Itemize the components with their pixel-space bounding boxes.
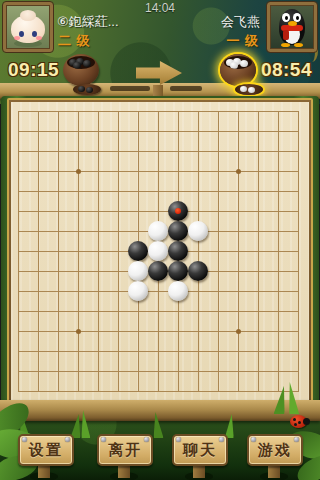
settings-button[interactable]: 设置 <box>18 434 74 466</box>
star-point <box>236 169 241 174</box>
player-right-timer: 08:54 <box>261 59 312 81</box>
gomoku-board-grid[interactable] <box>18 111 299 392</box>
stone-black <box>168 241 188 261</box>
stone-black <box>168 201 188 221</box>
player-right-avatar <box>267 2 317 52</box>
nail-icon <box>219 437 224 442</box>
star-point <box>76 329 81 334</box>
nail-icon <box>176 437 181 442</box>
star-point <box>76 169 81 174</box>
shelf-groove <box>170 86 202 91</box>
stone-black <box>188 261 208 281</box>
player-left-level: 二 级 <box>58 32 91 50</box>
nail-icon <box>65 437 70 442</box>
chat-button-label: 聊天 <box>183 441 217 460</box>
stone-white <box>148 221 168 241</box>
stone-black <box>128 241 148 261</box>
game-screen: 14:04 ⑥鉋綵葒... 二 级 会飞燕 一 级 09:15 08:54 <box>0 0 320 480</box>
leave-button-label: 离开 <box>108 441 142 460</box>
game-button[interactable]: 游戏 <box>247 434 303 466</box>
shelf-groove <box>110 86 150 91</box>
bottom-plank <box>0 400 320 421</box>
player-right-name: 会飞燕 <box>221 13 260 31</box>
player-right-level: 一 级 <box>226 32 259 50</box>
nail-icon <box>251 437 256 442</box>
black-stone-dish-icon <box>73 84 101 95</box>
white-stone-bowl-icon <box>220 54 256 86</box>
leave-button[interactable]: 离开 <box>97 434 153 466</box>
nail-icon <box>144 437 149 442</box>
nail-icon <box>294 437 299 442</box>
star-point <box>236 329 241 334</box>
ladybug-icon <box>290 415 307 428</box>
nail-icon <box>101 437 106 442</box>
settings-button-label: 设置 <box>29 441 63 460</box>
chat-button[interactable]: 聊天 <box>172 434 228 466</box>
stone-black <box>168 261 188 281</box>
stone-black <box>168 221 188 241</box>
player-left-timer: 09:15 <box>8 59 59 81</box>
white-stone-dish-icon <box>235 84 263 95</box>
stone-black <box>148 261 168 281</box>
nail-icon <box>22 437 27 442</box>
last-move-marker <box>175 208 181 214</box>
stone-white <box>128 261 148 281</box>
player-left-name: ⑥鉋綵葒... <box>57 13 119 31</box>
player-left-avatar <box>3 2 53 52</box>
game-button-label: 游戏 <box>258 441 292 460</box>
stone-white <box>188 221 208 241</box>
black-stone-bowl-icon <box>63 54 99 86</box>
stone-white <box>168 281 188 301</box>
stone-white <box>148 241 168 261</box>
stone-white <box>128 281 148 301</box>
